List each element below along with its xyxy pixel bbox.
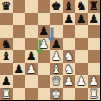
square-c6[interactable] — [25, 25, 38, 38]
square-c1[interactable] — [25, 88, 38, 101]
square-e2[interactable]: ♛ — [50, 75, 63, 88]
square-h4[interactable] — [88, 50, 101, 63]
square-f7[interactable]: ♟ — [63, 13, 76, 26]
white-pawn[interactable]: ♟ — [26, 63, 36, 76]
square-d5[interactable]: ♟ — [38, 38, 51, 51]
square-b8[interactable] — [13, 0, 26, 13]
square-h6[interactable] — [88, 25, 101, 38]
white-king[interactable]: ♚ — [51, 88, 61, 101]
black-pawn[interactable]: ♟ — [14, 63, 24, 76]
square-a1[interactable]: ♜ — [0, 88, 13, 101]
white-pawn[interactable]: ♟ — [51, 50, 61, 63]
black-pawn[interactable]: ♟ — [76, 13, 86, 26]
square-a2[interactable]: ♟ — [0, 75, 13, 88]
white-pawn[interactable]: ♟ — [76, 75, 86, 88]
chess-board[interactable]: ♛♚♝♞♜♟♟♟♟♞♟♟♝♟♟♞♟♟♝♞♟♛♟♟♟♜♚♜ — [0, 0, 100, 100]
square-g1[interactable] — [75, 88, 88, 101]
square-f4[interactable]: ♞ — [63, 50, 76, 63]
square-h1[interactable]: ♜ — [88, 88, 101, 101]
square-d8[interactable] — [38, 0, 51, 13]
square-b3[interactable]: ♟ — [13, 63, 26, 76]
square-f6[interactable] — [63, 25, 76, 38]
square-g7[interactable]: ♟ — [75, 13, 88, 26]
white-queen[interactable]: ♛ — [51, 75, 61, 88]
square-f1[interactable] — [63, 88, 76, 101]
black-king[interactable]: ♚ — [51, 0, 61, 13]
square-a8[interactable]: ♛ — [0, 0, 13, 13]
square-g8[interactable]: ♞ — [75, 0, 88, 13]
square-e1[interactable]: ♚ — [50, 88, 63, 101]
square-c7[interactable] — [25, 13, 38, 26]
square-g5[interactable] — [75, 38, 88, 51]
black-pawn[interactable]: ♟ — [89, 13, 99, 26]
white-pawn[interactable]: ♟ — [89, 75, 99, 88]
square-d3[interactable] — [38, 63, 51, 76]
square-d1[interactable] — [38, 88, 51, 101]
black-knight[interactable]: ♞ — [76, 0, 86, 13]
square-h5[interactable] — [88, 38, 101, 51]
square-f2[interactable]: ♟ — [63, 75, 76, 88]
square-c2[interactable] — [25, 75, 38, 88]
square-h8[interactable]: ♜ — [88, 0, 101, 13]
white-pawn[interactable]: ♟ — [64, 75, 74, 88]
square-f8[interactable]: ♝ — [63, 0, 76, 13]
black-pawn[interactable]: ♟ — [64, 13, 74, 26]
square-a6[interactable] — [0, 25, 13, 38]
square-e7[interactable] — [50, 13, 63, 26]
white-rook[interactable]: ♜ — [1, 88, 11, 101]
square-b4[interactable] — [13, 50, 26, 63]
square-b6[interactable] — [13, 25, 26, 38]
square-h7[interactable]: ♟ — [88, 13, 101, 26]
black-rook[interactable]: ♜ — [89, 0, 99, 13]
square-e8[interactable]: ♚ — [50, 0, 63, 13]
square-b1[interactable] — [13, 88, 26, 101]
white-rook[interactable]: ♜ — [89, 88, 99, 101]
square-g6[interactable] — [75, 25, 88, 38]
square-b7[interactable] — [13, 13, 26, 26]
black-bishop[interactable]: ♝ — [1, 50, 11, 63]
square-h2[interactable]: ♟ — [88, 75, 101, 88]
black-pawn[interactable]: ♟ — [26, 50, 36, 63]
square-e4[interactable]: ♟ — [50, 50, 63, 63]
square-d2[interactable] — [38, 75, 51, 88]
square-g2[interactable]: ♟ — [75, 75, 88, 88]
square-c4[interactable]: ♟ — [25, 50, 38, 63]
square-b2[interactable] — [13, 75, 26, 88]
square-a4[interactable]: ♝ — [0, 50, 13, 63]
black-bishop[interactable]: ♝ — [64, 0, 74, 13]
white-knight[interactable]: ♞ — [64, 50, 74, 63]
square-a7[interactable] — [0, 13, 13, 26]
black-pawn[interactable]: ♟ — [1, 75, 11, 88]
square-c3[interactable]: ♟ — [25, 63, 38, 76]
square-d6[interactable]: ♟ — [38, 25, 51, 38]
white-pawn[interactable]: ♟ — [39, 38, 49, 51]
square-g4[interactable] — [75, 50, 88, 63]
chess-board-wrapper: ♛♚♝♞♜♟♟♟♟♞♟♟♝♟♟♞♟♟♝♞♟♛♟♟♟♜♚♜ — [0, 0, 100, 100]
black-queen[interactable]: ♛ — [1, 0, 11, 13]
square-c8[interactable] — [25, 0, 38, 13]
black-pawn[interactable]: ♟ — [39, 25, 49, 38]
square-b5[interactable] — [13, 38, 26, 51]
